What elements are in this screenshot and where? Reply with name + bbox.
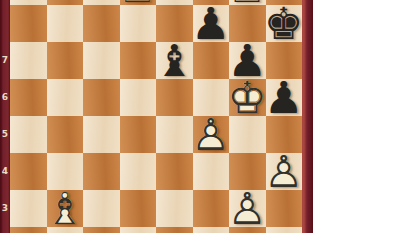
piece-white-bishop[interactable]: ♝♗ (45, 187, 84, 231)
piece-black-pawn[interactable]: ♟ (264, 76, 303, 120)
board-border-left (0, 0, 10, 233)
piece-black-king[interactable]: ♚ (264, 2, 303, 46)
piece-white-pawn[interactable]: ♟♙ (264, 150, 303, 194)
square-d4[interactable] (120, 116, 157, 153)
board-border-right (302, 0, 313, 233)
square-d2[interactable] (120, 190, 157, 227)
square-h7[interactable]: ♚ (266, 5, 303, 42)
square-f1[interactable] (193, 227, 230, 233)
piece-black-pawn[interactable]: ♟ (191, 2, 230, 46)
square-a5[interactable] (10, 79, 47, 116)
square-b7[interactable] (47, 5, 84, 42)
square-e3[interactable] (156, 153, 193, 190)
square-b2[interactable]: ♝♗ (47, 190, 84, 227)
square-c2[interactable] (83, 190, 120, 227)
square-d6[interactable] (120, 42, 157, 79)
piece-white-king[interactable]: ♚♔ (228, 76, 267, 120)
square-h3[interactable]: ♟♙ (266, 153, 303, 190)
piece-white-pawn[interactable]: ♟♙ (228, 187, 267, 231)
square-e6[interactable]: ♝ (156, 42, 193, 79)
square-d5[interactable] (120, 79, 157, 116)
rank-label-4: 4 (0, 167, 10, 176)
square-a1[interactable] (10, 227, 47, 233)
rank-label-6: 6 (0, 93, 10, 102)
square-c4[interactable] (83, 116, 120, 153)
square-h5[interactable]: ♟ (266, 79, 303, 116)
board-grid: ♜♖♜♟♚♝♟♚♔♟♟♙♟♙♝♗♟♙ (10, 0, 302, 233)
square-a7[interactable] (10, 5, 47, 42)
square-h2[interactable] (266, 190, 303, 227)
square-g1[interactable] (229, 227, 266, 233)
square-a6[interactable] (10, 42, 47, 79)
square-e2[interactable] (156, 190, 193, 227)
square-c3[interactable] (83, 153, 120, 190)
square-d1[interactable] (120, 227, 157, 233)
piece-white-pawn[interactable]: ♟♙ (191, 113, 230, 157)
square-g2[interactable]: ♟♙ (229, 190, 266, 227)
square-c5[interactable] (83, 79, 120, 116)
rank-label-3: 3 (0, 204, 10, 213)
square-e4[interactable] (156, 116, 193, 153)
square-b6[interactable] (47, 42, 84, 79)
square-b1[interactable] (47, 227, 84, 233)
square-f6[interactable] (193, 42, 230, 79)
square-c7[interactable] (83, 5, 120, 42)
square-g5[interactable]: ♚♔ (229, 79, 266, 116)
square-a4[interactable] (10, 116, 47, 153)
square-a2[interactable] (10, 190, 47, 227)
rank-label-5: 5 (0, 130, 10, 139)
square-e1[interactable] (156, 227, 193, 233)
square-d7[interactable] (120, 5, 157, 42)
square-f7[interactable]: ♟ (193, 5, 230, 42)
square-f2[interactable] (193, 190, 230, 227)
square-c1[interactable] (83, 227, 120, 233)
square-b5[interactable] (47, 79, 84, 116)
chess-board: ♜♖♜♟♚♝♟♚♔♟♟♙♟♙♝♗♟♙ 765432 (0, 0, 313, 233)
square-b4[interactable] (47, 116, 84, 153)
square-c6[interactable] (83, 42, 120, 79)
square-g4[interactable] (229, 116, 266, 153)
piece-black-bishop[interactable]: ♝ (155, 39, 194, 83)
square-f4[interactable]: ♟♙ (193, 116, 230, 153)
page-background: ♜♖♜♟♚♝♟♚♔♟♟♙♟♙♝♗♟♙ 765432 (0, 0, 414, 233)
square-e5[interactable] (156, 79, 193, 116)
square-a3[interactable] (10, 153, 47, 190)
square-f3[interactable] (193, 153, 230, 190)
square-h1[interactable] (266, 227, 303, 233)
square-d3[interactable] (120, 153, 157, 190)
rank-label-7: 7 (0, 56, 10, 65)
